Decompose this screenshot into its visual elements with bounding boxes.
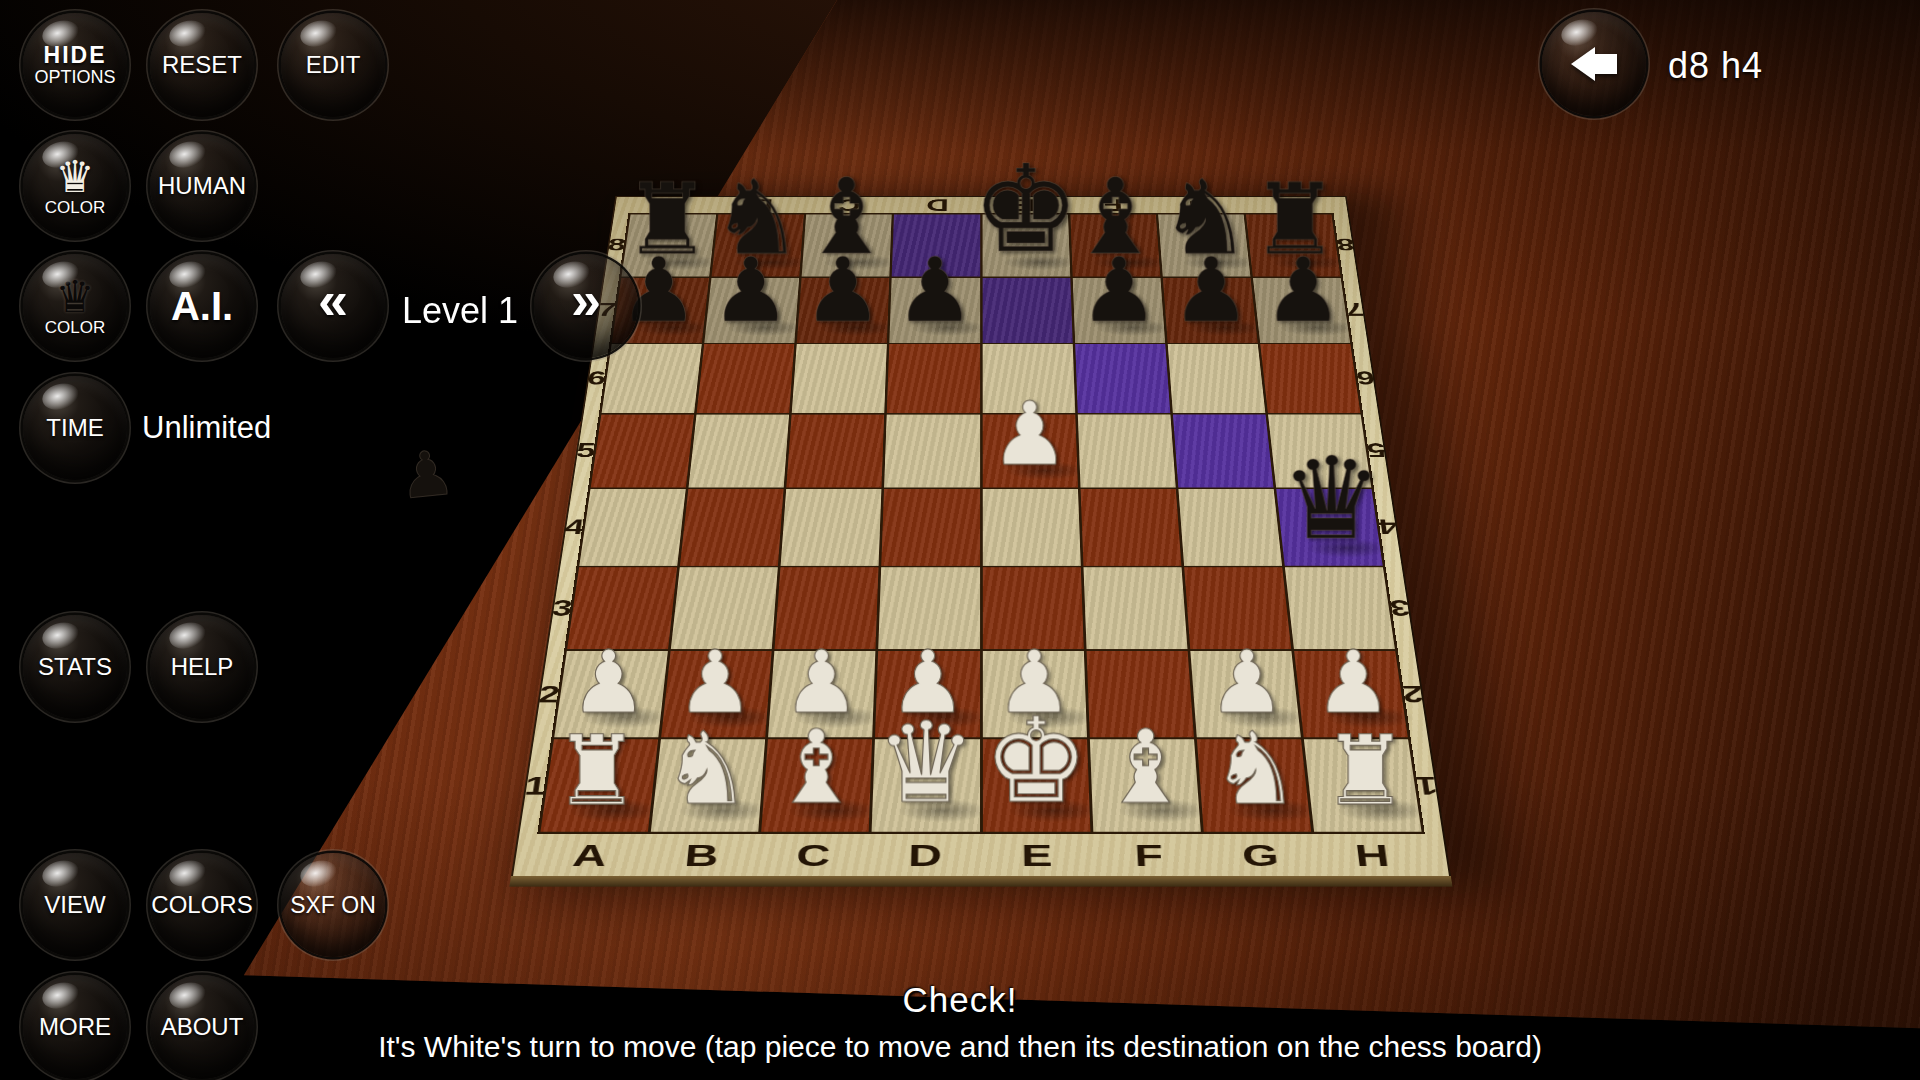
square-h6[interactable] <box>1260 344 1360 413</box>
square-g5[interactable] <box>1173 415 1274 488</box>
file-label-bottom-G: G <box>1203 834 1319 876</box>
time-button[interactable]: TIME <box>23 376 127 480</box>
square-a5[interactable] <box>591 415 694 488</box>
piece-white-queen-d1[interactable]: ♛ <box>876 712 976 815</box>
level-down-button[interactable]: « <box>281 254 385 358</box>
human-label: HUMAN <box>158 173 246 198</box>
square-f5[interactable] <box>1077 415 1175 488</box>
captured-black-pawn: ♟ <box>396 441 458 508</box>
file-label-bottom-F: F <box>1092 834 1206 876</box>
square-b4[interactable] <box>680 489 784 566</box>
undo-move-button[interactable] <box>1542 12 1646 116</box>
square-f1[interactable]: ♝ <box>1090 739 1201 831</box>
square-e5[interactable]: ♟ <box>982 415 1077 488</box>
file-label-bottom-H: H <box>1314 834 1431 876</box>
board-grid: ♜♞♝♚♝♞♜♟♟♟♟♟♟♟♟♛♟♟♟♟♟♟♟♜♞♝♛♚♝♞♜ <box>537 213 1425 833</box>
square-b7[interactable]: ♟ <box>704 278 799 343</box>
file-label-bottom-B: B <box>644 834 760 876</box>
piece-black-pawn-f7[interactable]: ♟ <box>1079 249 1159 331</box>
human-button[interactable]: HUMAN <box>150 134 254 238</box>
white-color-label: COLOR <box>45 199 105 217</box>
fast-forward-icon: » <box>571 279 601 332</box>
square-a1[interactable]: ♜ <box>540 739 658 831</box>
piece-white-king-e1[interactable]: ♚ <box>983 707 1088 815</box>
stats-label: STATS <box>38 654 112 679</box>
hide-options-button[interactable]: HIDE OPTIONS <box>23 13 127 117</box>
piece-white-rook-a1[interactable]: ♜ <box>553 727 639 815</box>
square-f7[interactable]: ♟ <box>1072 278 1165 343</box>
file-label-bottom-A: A <box>531 834 648 876</box>
file-labels-bottom: ABCDEFGH <box>531 834 1431 876</box>
square-c1[interactable]: ♝ <box>761 739 872 831</box>
piece-black-pawn-d7[interactable]: ♟ <box>895 249 975 331</box>
square-h4[interactable]: ♛ <box>1276 489 1383 566</box>
check-banner: Check! <box>0 980 1920 1020</box>
square-b6[interactable] <box>697 344 795 413</box>
time-label: TIME <box>46 415 103 440</box>
file-label-bottom-E: E <box>981 834 1094 876</box>
status-bar: It's White's turn to move (tap piece to … <box>0 1030 1920 1064</box>
square-d7[interactable]: ♟ <box>890 278 980 343</box>
reset-button[interactable]: RESET <box>150 13 254 117</box>
square-c6[interactable] <box>792 344 887 413</box>
ai-label: A.I. <box>171 285 233 327</box>
square-g1[interactable]: ♞ <box>1197 739 1311 831</box>
black-color-button[interactable]: ♛ COLOR <box>23 254 127 358</box>
square-g7[interactable]: ♟ <box>1163 278 1258 343</box>
back-arrow-icon <box>1571 47 1617 81</box>
square-d1[interactable]: ♛ <box>872 739 980 831</box>
square-d5[interactable] <box>884 415 979 488</box>
hide-options-label-1: HIDE <box>44 43 107 67</box>
piece-black-pawn-b7[interactable]: ♟ <box>711 249 791 331</box>
square-e8[interactable]: ♚ <box>982 215 1070 277</box>
sxf-toggle-button[interactable]: SXF ON <box>281 853 385 957</box>
piece-black-queen-h4[interactable]: ♛ <box>1281 447 1383 551</box>
help-label: HELP <box>171 654 234 679</box>
square-d6[interactable] <box>887 344 980 413</box>
help-button[interactable]: HELP <box>150 615 254 719</box>
piece-black-pawn-h7[interactable]: ♟ <box>1264 249 1344 331</box>
square-c7[interactable]: ♟ <box>797 278 890 343</box>
square-e1[interactable]: ♚ <box>982 739 1090 831</box>
chess-board: ABCDEFGH ABCDEFGH 87654321 87654321 ♜♞♝♚… <box>513 197 1449 876</box>
square-g4[interactable] <box>1178 489 1282 566</box>
move-display: d8 h4 <box>1668 45 1763 87</box>
square-f3[interactable] <box>1083 567 1187 649</box>
app-screen: ABCDEFGH ABCDEFGH 87654321 87654321 ♜♞♝♚… <box>0 0 1920 1080</box>
level-up-button[interactable]: » <box>534 254 638 358</box>
colors-button[interactable]: COLORS <box>150 853 254 957</box>
square-c4[interactable] <box>781 489 882 566</box>
square-g6[interactable] <box>1168 344 1266 413</box>
square-h7[interactable]: ♟ <box>1253 278 1350 343</box>
square-f4[interactable] <box>1080 489 1181 566</box>
view-label: VIEW <box>44 892 105 917</box>
piece-black-pawn-c7[interactable]: ♟ <box>803 249 883 331</box>
rewind-icon: « <box>318 279 348 332</box>
square-e4[interactable] <box>982 489 1080 566</box>
colors-label: COLORS <box>151 892 252 917</box>
black-queen-icon: ♛ <box>55 275 94 319</box>
hide-options-label-2: OPTIONS <box>34 68 115 87</box>
piece-white-rook-h1[interactable]: ♜ <box>1323 727 1409 815</box>
piece-black-pawn-g7[interactable]: ♟ <box>1172 249 1252 331</box>
square-h1[interactable]: ♜ <box>1304 739 1422 831</box>
piece-white-pawn-a2[interactable]: ♟ <box>570 642 647 722</box>
square-f6[interactable] <box>1075 344 1170 413</box>
piece-white-pawn-e5[interactable]: ♟ <box>990 393 1069 474</box>
reset-label: RESET <box>162 52 242 77</box>
square-b1[interactable]: ♞ <box>651 739 765 831</box>
white-color-button[interactable]: ♛ COLOR <box>23 134 127 238</box>
square-a6[interactable] <box>602 344 702 413</box>
piece-white-pawn-h2[interactable]: ♟ <box>1315 642 1392 722</box>
sxf-label: SXF ON <box>290 893 376 917</box>
piece-white-knight-b1[interactable]: ♞ <box>661 723 751 815</box>
piece-black-king-e8[interactable]: ♚ <box>972 154 1080 265</box>
view-button[interactable]: VIEW <box>23 853 127 957</box>
ai-button[interactable]: A.I. <box>150 254 254 358</box>
square-b5[interactable] <box>689 415 790 488</box>
file-label-top-D: D <box>893 197 981 213</box>
piece-white-bishop-f1[interactable]: ♝ <box>1100 721 1191 815</box>
file-label-bottom-D: D <box>869 834 982 876</box>
piece-white-knight-g1[interactable]: ♞ <box>1211 723 1301 815</box>
square-e7[interactable] <box>982 278 1072 343</box>
square-d4[interactable] <box>882 489 980 566</box>
edit-button[interactable]: EDIT <box>281 13 385 117</box>
file-label-bottom-C: C <box>756 834 870 876</box>
square-c5[interactable] <box>787 415 885 488</box>
white-queen-icon: ♛ <box>55 155 94 199</box>
black-color-label: COLOR <box>45 319 105 337</box>
edit-label: EDIT <box>306 52 361 77</box>
square-a4[interactable] <box>579 489 686 566</box>
stats-button[interactable]: STATS <box>23 615 127 719</box>
time-value: Unlimited <box>142 410 271 446</box>
level-display: Level 1 <box>380 290 540 332</box>
piece-white-bishop-c1[interactable]: ♝ <box>770 721 861 815</box>
